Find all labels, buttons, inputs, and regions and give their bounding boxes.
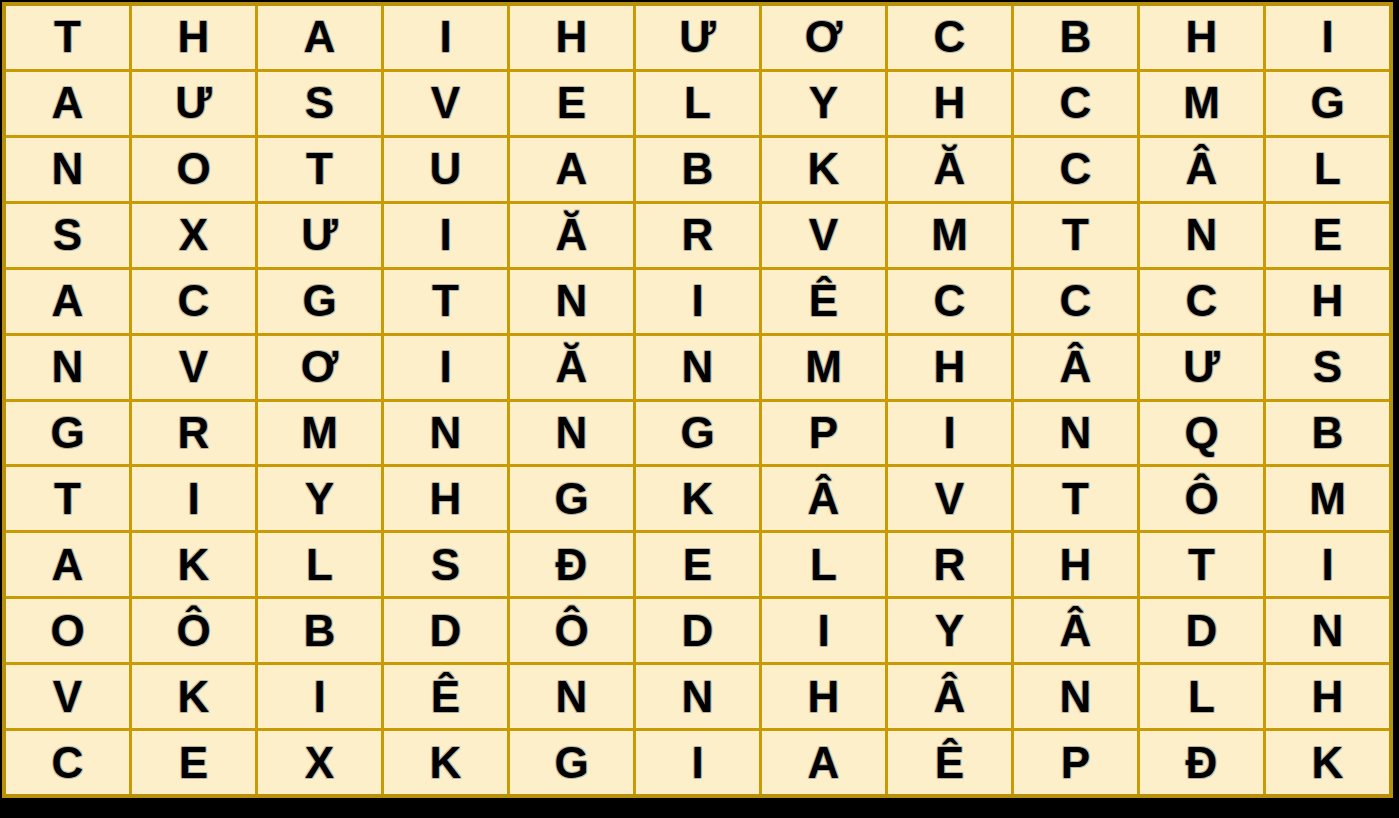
grid-cell-r5c11[interactable]: H xyxy=(1266,270,1389,333)
grid-cell-r11c3[interactable]: I xyxy=(258,665,381,728)
grid-cell-r2c8[interactable]: H xyxy=(888,72,1011,135)
grid-cell-r6c3[interactable]: Ơ xyxy=(258,336,381,399)
grid-cell-r11c6[interactable]: N xyxy=(636,665,759,728)
grid-cell-r10c10[interactable]: D xyxy=(1140,599,1263,662)
grid-cell-r3c7[interactable]: K xyxy=(762,138,885,201)
grid-cell-r10c2[interactable]: Ô xyxy=(132,599,255,662)
grid-cell-r3c10[interactable]: Â xyxy=(1140,138,1263,201)
grid-cell-r11c9[interactable]: N xyxy=(1014,665,1137,728)
grid-cell-r12c10[interactable]: Đ xyxy=(1140,731,1263,794)
grid-cell-r12c1[interactable]: C xyxy=(6,731,129,794)
grid-cell-r5c5[interactable]: N xyxy=(510,270,633,333)
grid-cell-r5c4[interactable]: T xyxy=(384,270,507,333)
grid-cell-r2c1[interactable]: A xyxy=(6,72,129,135)
grid-cell-r9c7[interactable]: L xyxy=(762,533,885,596)
grid-cell-r4c4[interactable]: I xyxy=(384,204,507,267)
grid-cell-r11c2[interactable]: K xyxy=(132,665,255,728)
grid-cell-r4c11[interactable]: E xyxy=(1266,204,1389,267)
grid-cell-r5c7[interactable]: Ê xyxy=(762,270,885,333)
grid-cell-r3c1[interactable]: N xyxy=(6,138,129,201)
grid-cell-r11c5[interactable]: N xyxy=(510,665,633,728)
grid-cell-r7c6[interactable]: G xyxy=(636,402,759,465)
grid-cell-r3c6[interactable]: B xyxy=(636,138,759,201)
grid-cell-r9c3[interactable]: L xyxy=(258,533,381,596)
grid-cell-r4c8[interactable]: M xyxy=(888,204,1011,267)
grid-cell-r4c2[interactable]: X xyxy=(132,204,255,267)
grid-cell-r8c10[interactable]: Ô xyxy=(1140,467,1263,530)
grid-cell-r6c11[interactable]: S xyxy=(1266,336,1389,399)
grid-cell-r10c3[interactable]: B xyxy=(258,599,381,662)
grid-cell-r6c10[interactable]: Ư xyxy=(1140,336,1263,399)
grid-cell-r9c9[interactable]: H xyxy=(1014,533,1137,596)
grid-cell-r7c5[interactable]: N xyxy=(510,402,633,465)
grid-cell-r7c2[interactable]: R xyxy=(132,402,255,465)
grid-cell-r3c8[interactable]: Ă xyxy=(888,138,1011,201)
grid-cell-r11c11[interactable]: H xyxy=(1266,665,1389,728)
grid-cell-r10c4[interactable]: D xyxy=(384,599,507,662)
grid-cell-r1c4[interactable]: I xyxy=(384,6,507,69)
grid-cell-r4c9[interactable]: T xyxy=(1014,204,1137,267)
grid-cell-r8c4[interactable]: H xyxy=(384,467,507,530)
grid-cell-r9c5[interactable]: Đ xyxy=(510,533,633,596)
grid-cell-r8c11[interactable]: M xyxy=(1266,467,1389,530)
grid-cell-r1c1[interactable]: T xyxy=(6,6,129,69)
grid-cell-r10c9[interactable]: Â xyxy=(1014,599,1137,662)
grid-cell-r9c11[interactable]: I xyxy=(1266,533,1389,596)
grid-cell-r3c2[interactable]: O xyxy=(132,138,255,201)
grid-cell-r2c6[interactable]: L xyxy=(636,72,759,135)
grid-cell-r9c6[interactable]: E xyxy=(636,533,759,596)
grid-cell-r6c5[interactable]: Ă xyxy=(510,336,633,399)
grid-cell-r12c3[interactable]: X xyxy=(258,731,381,794)
grid-cell-r6c8[interactable]: H xyxy=(888,336,1011,399)
word-search-board: THAIHƯƠCBHIAƯSVELYHCMGNOTUABKĂCÂLSXƯIĂRV… xyxy=(2,2,1393,798)
grid-cell-r6c6[interactable]: N xyxy=(636,336,759,399)
grid-cell-r7c1[interactable]: G xyxy=(6,402,129,465)
grid-cell-r12c7[interactable]: A xyxy=(762,731,885,794)
grid-cell-r11c10[interactable]: L xyxy=(1140,665,1263,728)
grid-cell-r11c7[interactable]: H xyxy=(762,665,885,728)
grid-cell-r6c2[interactable]: V xyxy=(132,336,255,399)
grid-cell-r3c3[interactable]: T xyxy=(258,138,381,201)
grid-cell-r5c6[interactable]: I xyxy=(636,270,759,333)
grid-cell-r10c11[interactable]: N xyxy=(1266,599,1389,662)
grid-cell-r8c5[interactable]: G xyxy=(510,467,633,530)
grid-cell-r9c1[interactable]: A xyxy=(6,533,129,596)
grid-cell-r12c2[interactable]: E xyxy=(132,731,255,794)
grid-cell-r5c10[interactable]: C xyxy=(1140,270,1263,333)
grid-cell-r9c2[interactable]: K xyxy=(132,533,255,596)
grid-cell-r10c1[interactable]: O xyxy=(6,599,129,662)
grid-cell-r5c3[interactable]: G xyxy=(258,270,381,333)
grid-cell-r8c3[interactable]: Y xyxy=(258,467,381,530)
grid-cell-r7c7[interactable]: P xyxy=(762,402,885,465)
grid-cell-r2c7[interactable]: Y xyxy=(762,72,885,135)
grid-cell-r3c9[interactable]: C xyxy=(1014,138,1137,201)
grid-cell-r1c8[interactable]: C xyxy=(888,6,1011,69)
grid-cell-r2c11[interactable]: G xyxy=(1266,72,1389,135)
grid-cell-r4c7[interactable]: V xyxy=(762,204,885,267)
grid-cell-r9c10[interactable]: T xyxy=(1140,533,1263,596)
grid-cell-r2c3[interactable]: S xyxy=(258,72,381,135)
grid-cell-r12c11[interactable]: K xyxy=(1266,731,1389,794)
grid-cell-r9c4[interactable]: S xyxy=(384,533,507,596)
grid-cell-r4c3[interactable]: Ư xyxy=(258,204,381,267)
grid-cell-r10c6[interactable]: D xyxy=(636,599,759,662)
grid-cell-r4c5[interactable]: Ă xyxy=(510,204,633,267)
grid-cell-r3c11[interactable]: L xyxy=(1266,138,1389,201)
grid-cell-r9c8[interactable]: R xyxy=(888,533,1011,596)
grid-cell-r1c7[interactable]: Ơ xyxy=(762,6,885,69)
grid-cell-r8c6[interactable]: K xyxy=(636,467,759,530)
grid-cell-r1c11[interactable]: I xyxy=(1266,6,1389,69)
grid-cell-r3c5[interactable]: A xyxy=(510,138,633,201)
grid-cell-r8c7[interactable]: Â xyxy=(762,467,885,530)
grid-cell-r5c1[interactable]: A xyxy=(6,270,129,333)
grid-cell-r11c1[interactable]: V xyxy=(6,665,129,728)
grid-cell-r2c10[interactable]: M xyxy=(1140,72,1263,135)
grid-cell-r1c10[interactable]: H xyxy=(1140,6,1263,69)
grid-cell-r10c7[interactable]: I xyxy=(762,599,885,662)
grid-cell-r8c1[interactable]: T xyxy=(6,467,129,530)
grid-cell-r8c2[interactable]: I xyxy=(132,467,255,530)
grid-cell-r12c5[interactable]: G xyxy=(510,731,633,794)
grid-cell-r2c9[interactable]: C xyxy=(1014,72,1137,135)
grid-cell-r4c6[interactable]: R xyxy=(636,204,759,267)
grid-cell-r7c3[interactable]: M xyxy=(258,402,381,465)
grid-cell-r5c2[interactable]: C xyxy=(132,270,255,333)
grid-cell-r4c10[interactable]: N xyxy=(1140,204,1263,267)
grid-cell-r12c9[interactable]: P xyxy=(1014,731,1137,794)
grid-cell-r6c1[interactable]: N xyxy=(6,336,129,399)
grid-cell-r12c8[interactable]: Ê xyxy=(888,731,1011,794)
grid-cell-r1c2[interactable]: H xyxy=(132,6,255,69)
grid-cell-r8c8[interactable]: V xyxy=(888,467,1011,530)
grid-cell-r10c5[interactable]: Ô xyxy=(510,599,633,662)
grid-cell-r12c4[interactable]: K xyxy=(384,731,507,794)
grid-cell-r7c11[interactable]: B xyxy=(1266,402,1389,465)
grid-cell-r1c9[interactable]: B xyxy=(1014,6,1137,69)
grid-cell-r2c4[interactable]: V xyxy=(384,72,507,135)
grid-cell-r1c6[interactable]: Ư xyxy=(636,6,759,69)
grid-cell-r11c8[interactable]: Â xyxy=(888,665,1011,728)
grid-cell-r8c9[interactable]: T xyxy=(1014,467,1137,530)
grid-cell-r5c8[interactable]: C xyxy=(888,270,1011,333)
grid-cell-r10c8[interactable]: Y xyxy=(888,599,1011,662)
grid-cell-r6c4[interactable]: I xyxy=(384,336,507,399)
grid-cell-r7c4[interactable]: N xyxy=(384,402,507,465)
grid-cell-r4c1[interactable]: S xyxy=(6,204,129,267)
grid-cell-r2c5[interactable]: E xyxy=(510,72,633,135)
grid-cell-r7c9[interactable]: N xyxy=(1014,402,1137,465)
grid-cell-r1c5[interactable]: H xyxy=(510,6,633,69)
grid-cell-r6c9[interactable]: Â xyxy=(1014,336,1137,399)
grid-cell-r6c7[interactable]: M xyxy=(762,336,885,399)
bottom-black-bar xyxy=(0,798,1399,818)
grid-cell-r12c6[interactable]: I xyxy=(636,731,759,794)
grid-cell-r1c3[interactable]: A xyxy=(258,6,381,69)
grid-cell-r5c9[interactable]: C xyxy=(1014,270,1137,333)
grid-cell-r11c4[interactable]: Ê xyxy=(384,665,507,728)
grid-cell-r2c2[interactable]: Ư xyxy=(132,72,255,135)
grid-cell-r7c10[interactable]: Q xyxy=(1140,402,1263,465)
grid-cell-r7c8[interactable]: I xyxy=(888,402,1011,465)
grid-cell-r3c4[interactable]: U xyxy=(384,138,507,201)
